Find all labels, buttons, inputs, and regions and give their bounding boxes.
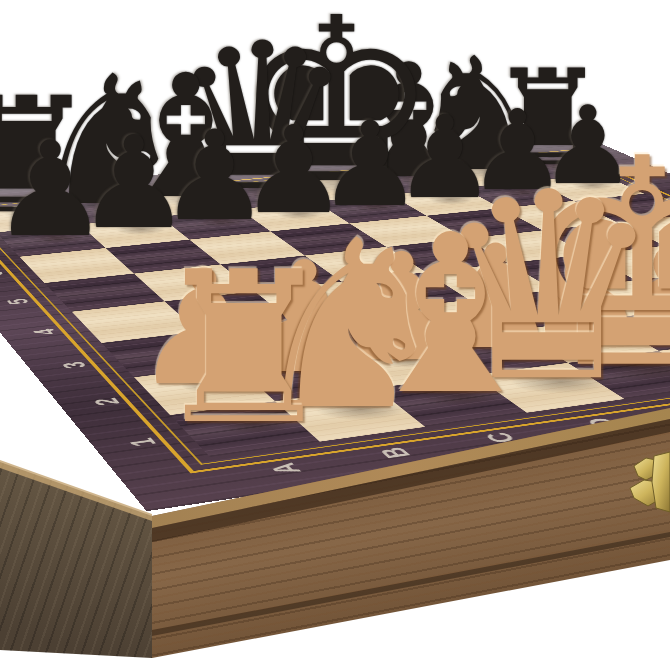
rank-label-5: 5 (0, 297, 36, 306)
rank-label-6: 6 (0, 270, 11, 278)
pawn-glyph: ♟ (0, 125, 109, 256)
rank-label-2: 2 (85, 396, 127, 407)
brass-latch (616, 446, 670, 518)
latch-plate (652, 452, 670, 512)
rook-glyph: ♜ (150, 244, 338, 453)
rank-label-4: 4 (26, 327, 64, 336)
piece-black-pawn-a7[interactable]: ♟ (0, 125, 109, 256)
chess-set-photo: A1B2C3D4E5F6G7H8 ♜♞♝♟♚♟♛♟♝♟♞♟♜♟♟♟♟♟♟♜♟♞♟… (0, 0, 670, 670)
rank-label-3: 3 (54, 360, 94, 370)
piece-white-rook-a1[interactable]: ♜ (150, 244, 338, 453)
